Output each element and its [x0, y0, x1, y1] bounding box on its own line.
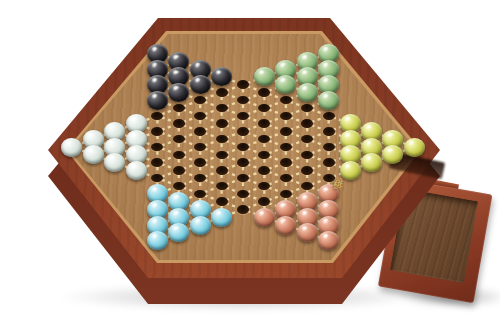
product-photo-scene: 跳棋 — [0, 0, 500, 315]
hole-empty[interactable] — [237, 158, 249, 167]
marble-green[interactable] — [318, 91, 339, 110]
hole-empty[interactable] — [173, 182, 185, 191]
hole-empty[interactable] — [237, 190, 249, 199]
marble-red[interactable] — [254, 208, 275, 227]
hole-empty[interactable] — [216, 135, 228, 144]
hole-empty[interactable] — [173, 166, 185, 175]
hole-empty[interactable] — [216, 182, 228, 191]
hole-empty[interactable] — [323, 158, 335, 167]
hole-empty[interactable] — [237, 112, 249, 121]
hole-empty[interactable] — [194, 127, 206, 136]
hole-empty[interactable] — [258, 166, 270, 175]
board-holes-and-marbles — [0, 0, 500, 315]
hole-empty[interactable] — [173, 119, 185, 128]
hole-empty[interactable] — [216, 119, 228, 128]
hole-empty[interactable] — [216, 88, 228, 97]
hole-empty[interactable] — [323, 112, 335, 121]
hole-empty[interactable] — [194, 112, 206, 121]
hole-empty[interactable] — [280, 127, 292, 136]
marble-white[interactable] — [83, 145, 104, 164]
hole-empty[interactable] — [258, 88, 270, 97]
hole-empty[interactable] — [237, 127, 249, 136]
marble-black[interactable] — [147, 91, 168, 110]
hole-empty[interactable] — [237, 80, 249, 89]
marble-red[interactable] — [275, 216, 296, 235]
marble-red[interactable] — [297, 223, 318, 242]
hole-empty[interactable] — [216, 166, 228, 175]
marble-white[interactable] — [61, 138, 82, 157]
hole-empty[interactable] — [216, 104, 228, 113]
hole-empty[interactable] — [194, 158, 206, 167]
marble-blue[interactable] — [190, 216, 211, 235]
lattice-dashed-lines — [0, 0, 500, 315]
hole-empty[interactable] — [323, 143, 335, 152]
marble-black[interactable] — [190, 75, 211, 94]
marble-blue[interactable] — [211, 208, 232, 227]
marble-yellow[interactable] — [404, 138, 425, 157]
hole-empty[interactable] — [237, 205, 249, 214]
marble-green[interactable] — [297, 83, 318, 102]
hole-empty[interactable] — [173, 104, 185, 113]
hole-empty[interactable] — [151, 127, 163, 136]
hole-empty[interactable] — [280, 112, 292, 121]
hole-empty[interactable] — [301, 119, 313, 128]
marble-blue[interactable] — [147, 231, 168, 250]
hole-empty[interactable] — [280, 143, 292, 152]
marble-white[interactable] — [126, 161, 147, 180]
hole-empty[interactable] — [216, 197, 228, 206]
hole-empty[interactable] — [323, 127, 335, 136]
hole-empty[interactable] — [216, 151, 228, 160]
hole-empty[interactable] — [280, 190, 292, 199]
marble-yellow[interactable] — [361, 153, 382, 172]
hole-empty[interactable] — [323, 174, 335, 183]
hole-empty[interactable] — [301, 166, 313, 175]
hole-empty[interactable] — [301, 151, 313, 160]
hole-empty[interactable] — [280, 158, 292, 167]
hole-empty[interactable] — [194, 190, 206, 199]
hole-empty[interactable] — [173, 151, 185, 160]
